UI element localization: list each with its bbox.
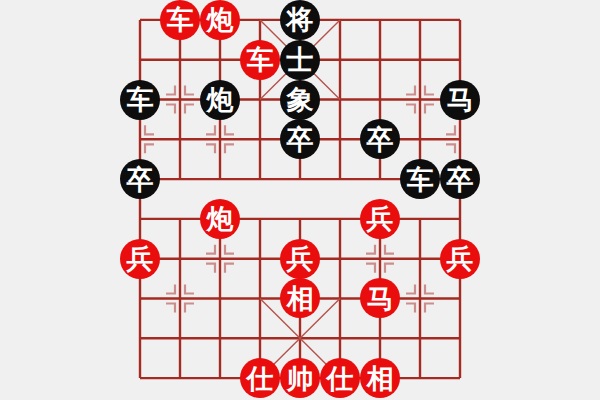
piece-red-elephant[interactable]: 相 [360,358,400,398]
piece-glyph: 兵 [367,205,394,232]
piece-red-soldier[interactable]: 兵 [440,239,480,279]
piece-red-soldier[interactable]: 兵 [120,239,160,279]
piece-glyph: 将 [287,6,314,33]
piece-red-cannon[interactable]: 炮 [200,0,240,40]
piece-glyph: 士 [287,46,314,73]
piece-glyph: 车 [247,46,274,73]
piece-glyph: 卒 [447,166,474,193]
piece-red-chariot[interactable]: 车 [240,40,280,80]
piece-glyph: 车 [127,86,154,113]
piece-black-soldier[interactable]: 卒 [360,119,400,159]
piece-glyph: 车 [407,166,434,193]
piece-black-chariot[interactable]: 车 [120,80,160,120]
piece-glyph: 相 [287,285,314,312]
piece-red-elephant[interactable]: 相 [280,278,320,318]
piece-black-general[interactable]: 将 [280,0,320,40]
piece-glyph: 卒 [367,126,394,153]
piece-glyph: 兵 [447,245,474,272]
piece-glyph: 马 [367,285,394,312]
piece-red-cannon[interactable]: 炮 [200,199,240,239]
piece-black-chariot[interactable]: 车 [400,159,440,199]
piece-glyph: 车 [167,6,194,33]
piece-black-soldier[interactable]: 卒 [120,159,160,199]
piece-red-general[interactable]: 帅 [280,358,320,398]
piece-glyph: 兵 [127,245,154,272]
piece-glyph: 马 [447,86,474,113]
pieces-layer: 车炮将车士车炮象马卒卒卒车卒炮兵兵兵兵相马仕帅仕相 [120,0,480,398]
piece-glyph: 相 [367,365,394,392]
piece-black-soldier[interactable]: 卒 [440,159,480,199]
piece-black-advisor[interactable]: 士 [280,40,320,80]
app-background: 车炮将车士车炮象马卒卒卒车卒炮兵兵兵兵相马仕帅仕相 [0,0,600,400]
piece-glyph: 卒 [127,166,154,193]
piece-glyph: 帅 [287,365,314,392]
piece-glyph: 炮 [207,205,234,232]
piece-glyph: 仕 [247,365,274,392]
piece-black-horse[interactable]: 马 [440,80,480,120]
piece-black-elephant[interactable]: 象 [280,80,320,120]
piece-red-horse[interactable]: 马 [360,278,400,318]
piece-red-chariot[interactable]: 车 [160,0,200,40]
piece-glyph: 兵 [287,245,314,272]
piece-red-soldier[interactable]: 兵 [360,199,400,239]
piece-glyph: 仕 [327,365,354,392]
piece-red-soldier[interactable]: 兵 [280,239,320,279]
piece-black-soldier[interactable]: 卒 [280,119,320,159]
piece-red-advisor[interactable]: 仕 [320,358,360,398]
piece-glyph: 炮 [207,86,234,113]
piece-glyph: 炮 [207,6,234,33]
piece-red-advisor[interactable]: 仕 [240,358,280,398]
piece-glyph: 象 [287,86,314,113]
xiangqi-board[interactable]: 车炮将车士车炮象马卒卒卒车卒炮兵兵兵兵相马仕帅仕相 [120,0,480,398]
piece-glyph: 卒 [287,126,314,153]
piece-black-cannon[interactable]: 炮 [200,80,240,120]
